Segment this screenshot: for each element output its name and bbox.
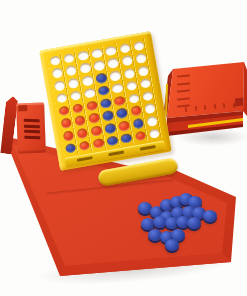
- blue-disc: ●: [98, 85, 110, 96]
- empty-hole: [148, 128, 160, 139]
- empty-hole: [105, 45, 117, 56]
- empty-hole: [77, 50, 89, 61]
- disc-glyph: ●: [189, 218, 199, 229]
- disc-glyph: ●: [122, 133, 131, 143]
- empty-hole: [135, 53, 147, 64]
- rail-slot: [140, 145, 156, 151]
- red-disc: ●: [114, 95, 126, 106]
- disc-glyph: ●: [120, 121, 129, 131]
- empty-hole: [133, 40, 145, 51]
- red-disc: ●: [60, 118, 72, 129]
- disc-glyph: ●: [136, 131, 145, 141]
- empty-hole: [51, 67, 63, 78]
- empty-hole: [121, 55, 133, 66]
- empty-hole: [137, 65, 149, 76]
- disc-glyph: ●: [167, 240, 177, 251]
- hinge-tooth: [24, 119, 40, 122]
- blue-disc: ●: [116, 108, 128, 119]
- bracket-notch: [18, 105, 27, 111]
- empty-hole: [79, 63, 91, 74]
- empty-hole: [128, 93, 140, 104]
- disc-glyph: ●: [205, 211, 215, 222]
- empty-hole: [56, 93, 68, 104]
- empty-hole: [119, 43, 131, 54]
- closed-case-edge-tick: [213, 104, 216, 109]
- empty-hole: [142, 90, 154, 101]
- disc-glyph: ●: [73, 103, 82, 113]
- red-disc: ●: [72, 103, 84, 114]
- empty-hole: [68, 78, 80, 89]
- empty-hole: [65, 65, 77, 76]
- product-photo-connect-four-travel-set: ●●●●●●●●●●●●●●●●●●●●●●●●● ●●●●●●●●●●●●●●…: [0, 0, 247, 296]
- closed-case-edge-tick: [194, 106, 197, 111]
- closed-case-edge-tick: [204, 105, 207, 110]
- red-disc: ●: [130, 105, 142, 116]
- closed-case-latch: [235, 98, 243, 107]
- disc-glyph: ●: [143, 219, 153, 230]
- empty-hole: [139, 78, 151, 89]
- red-disc: ●: [90, 125, 102, 136]
- rail-slot: [77, 156, 93, 162]
- disc-glyph: ●: [103, 111, 112, 121]
- disc-glyph: ●: [94, 138, 103, 148]
- tray-disc-blue[interactable]: ●: [203, 210, 217, 222]
- disc-glyph: ●: [90, 113, 99, 123]
- red-disc: ●: [88, 113, 100, 124]
- red-disc: ●: [74, 115, 86, 126]
- closed-case-edge-tick: [232, 102, 235, 107]
- blue-disc: ●: [102, 110, 114, 121]
- disc-glyph: ●: [150, 230, 160, 241]
- disc-glyph: ●: [97, 73, 106, 83]
- empty-hole: [146, 115, 158, 126]
- empty-hole: [84, 88, 96, 99]
- blue-disc: ●: [107, 135, 119, 146]
- disc-glyph: ●: [99, 86, 108, 96]
- disc-glyph: ●: [76, 116, 85, 126]
- empty-hole: [107, 58, 119, 69]
- blue-disc: ●: [132, 118, 144, 129]
- red-disc: ●: [118, 120, 130, 131]
- disc-glyph: ●: [108, 136, 117, 146]
- empty-hole: [82, 75, 94, 86]
- red-disc: ●: [58, 105, 70, 116]
- empty-hole: [123, 68, 135, 79]
- hinge-tooth: [24, 130, 40, 133]
- disc-glyph: ●: [101, 98, 110, 108]
- disc-glyph: ●: [155, 217, 165, 228]
- hinge-tooth: [24, 124, 40, 127]
- disc-glyph: ●: [140, 203, 150, 214]
- empty-hole: [63, 52, 75, 63]
- empty-hole: [112, 83, 124, 94]
- empty-hole: [109, 70, 121, 81]
- disc-glyph: ●: [115, 96, 124, 106]
- disc-glyph: ●: [117, 108, 126, 118]
- board-cell[interactable]: [146, 126, 162, 141]
- disc-glyph: ●: [78, 128, 87, 138]
- disc-glyph: ●: [66, 143, 75, 153]
- disc-glyph: ●: [131, 106, 140, 116]
- lid-hinge-bracket: [16, 103, 46, 154]
- closed-case-hinge-dash: [177, 82, 190, 85]
- blue-disc: ●: [104, 123, 116, 134]
- red-disc: ●: [76, 128, 88, 139]
- red-disc: ●: [63, 130, 75, 141]
- closed-case-edge-tick: [185, 107, 188, 112]
- empty-hole: [70, 90, 82, 101]
- red-disc: ●: [79, 140, 91, 151]
- disc-glyph: ●: [62, 118, 71, 128]
- empty-hole: [126, 80, 138, 91]
- blue-disc: ●: [65, 143, 77, 154]
- disc-glyph: ●: [92, 126, 101, 136]
- hinge-tooth: [24, 135, 40, 138]
- board-holes: ●●●●●●●●●●●●●●●●●●●●●●●●●: [47, 38, 162, 156]
- blue-disc: ●: [95, 73, 107, 84]
- connect-four-grid[interactable]: ●●●●●●●●●●●●●●●●●●●●●●●●●: [39, 31, 171, 171]
- empty-hole: [93, 60, 105, 71]
- disc-glyph: ●: [64, 131, 73, 141]
- blue-disc: ●: [120, 133, 132, 144]
- empty-hole: [91, 48, 103, 59]
- empty-hole: [54, 80, 66, 91]
- disc-glyph: ●: [106, 123, 115, 133]
- tray-disc-blue[interactable]: ●: [187, 217, 201, 229]
- closed-case-edge-tick: [223, 103, 226, 108]
- tray-disc-blue[interactable]: ●: [165, 239, 179, 251]
- red-disc: ●: [134, 131, 146, 142]
- disc-glyph: ●: [80, 141, 89, 151]
- empty-hole: [49, 55, 61, 66]
- blue-disc: ●: [100, 98, 112, 109]
- closed-case[interactable]: [164, 58, 247, 144]
- disc-glyph: ●: [87, 101, 96, 111]
- red-disc: ●: [93, 138, 105, 149]
- rail-slot: [108, 151, 124, 157]
- disc-glyph: ●: [59, 106, 68, 116]
- disc-glyph: ●: [134, 118, 143, 128]
- closed-case-hinge-dash: [177, 97, 190, 100]
- empty-hole: [144, 103, 156, 114]
- red-disc: ●: [86, 100, 98, 111]
